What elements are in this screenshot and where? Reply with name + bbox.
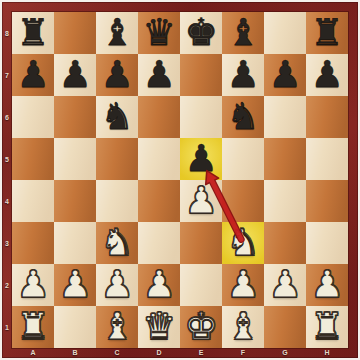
rank-label-7: 7 [2, 72, 12, 79]
square-f4[interactable] [222, 180, 264, 222]
black-bishop[interactable]: ♝ [100, 14, 133, 51]
square-d4[interactable] [138, 180, 180, 222]
file-label-b: B [54, 349, 96, 358]
square-d6[interactable] [138, 96, 180, 138]
rank-label-6: 6 [2, 114, 12, 121]
square-e4[interactable]: ♟ [180, 180, 222, 222]
white-pawn[interactable]: ♟ [16, 266, 49, 303]
board-border: ♜♝♛♚♝♜♟♟♟♟♟♟♟♞♞♟♟♞♞♟♟♟♟♟♟♟♜♝♛♚♝♜ 8765432… [2, 2, 358, 358]
square-f8[interactable]: ♝ [222, 12, 264, 54]
square-e1[interactable]: ♚ [180, 306, 222, 348]
square-g8[interactable] [264, 12, 306, 54]
black-bishop[interactable]: ♝ [226, 14, 259, 51]
white-pawn[interactable]: ♟ [184, 182, 217, 219]
square-g3[interactable] [264, 222, 306, 264]
square-d7[interactable]: ♟ [138, 54, 180, 96]
square-c2[interactable]: ♟ [96, 264, 138, 306]
white-pawn[interactable]: ♟ [268, 266, 301, 303]
white-bishop[interactable]: ♝ [100, 308, 133, 345]
black-knight[interactable]: ♞ [100, 98, 133, 135]
white-rook[interactable]: ♜ [16, 308, 49, 345]
square-c3[interactable]: ♞ [96, 222, 138, 264]
square-b1[interactable] [54, 306, 96, 348]
square-f1[interactable]: ♝ [222, 306, 264, 348]
square-a3[interactable] [12, 222, 54, 264]
square-c8[interactable]: ♝ [96, 12, 138, 54]
square-g4[interactable] [264, 180, 306, 222]
black-pawn[interactable]: ♟ [310, 56, 343, 93]
rank-label-4: 4 [2, 198, 12, 205]
square-e5[interactable]: ♟ [180, 138, 222, 180]
white-pawn[interactable]: ♟ [226, 266, 259, 303]
square-e8[interactable]: ♚ [180, 12, 222, 54]
square-e3[interactable] [180, 222, 222, 264]
square-c4[interactable] [96, 180, 138, 222]
black-pawn[interactable]: ♟ [58, 56, 91, 93]
square-d1[interactable]: ♛ [138, 306, 180, 348]
black-queen[interactable]: ♛ [142, 14, 175, 51]
square-a5[interactable] [12, 138, 54, 180]
square-h2[interactable]: ♟ [306, 264, 348, 306]
square-g1[interactable] [264, 306, 306, 348]
square-b7[interactable]: ♟ [54, 54, 96, 96]
rank-label-3: 3 [2, 240, 12, 247]
square-b8[interactable] [54, 12, 96, 54]
white-queen[interactable]: ♛ [142, 308, 175, 345]
rank-label-2: 2 [2, 282, 12, 289]
square-e7[interactable] [180, 54, 222, 96]
square-g7[interactable]: ♟ [264, 54, 306, 96]
square-e6[interactable] [180, 96, 222, 138]
square-b6[interactable] [54, 96, 96, 138]
black-knight[interactable]: ♞ [226, 98, 259, 135]
square-g6[interactable] [264, 96, 306, 138]
file-label-h: H [306, 349, 348, 358]
black-king[interactable]: ♚ [184, 14, 217, 51]
white-knight[interactable]: ♞ [226, 224, 259, 261]
file-label-a: A [12, 349, 54, 358]
file-label-d: D [138, 349, 180, 358]
square-b4[interactable] [54, 180, 96, 222]
square-h4[interactable] [306, 180, 348, 222]
file-label-c: C [96, 349, 138, 358]
square-f5[interactable] [222, 138, 264, 180]
square-f6[interactable]: ♞ [222, 96, 264, 138]
black-pawn[interactable]: ♟ [226, 56, 259, 93]
square-a4[interactable] [12, 180, 54, 222]
chess-board: ♜♝♛♚♝♜♟♟♟♟♟♟♟♞♞♟♟♞♞♟♟♟♟♟♟♟♜♝♛♚♝♜ [12, 12, 348, 348]
square-a8[interactable]: ♜ [12, 12, 54, 54]
square-a7[interactable]: ♟ [12, 54, 54, 96]
black-pawn[interactable]: ♟ [16, 56, 49, 93]
square-f2[interactable]: ♟ [222, 264, 264, 306]
rank-label-8: 8 [2, 30, 12, 37]
square-h6[interactable] [306, 96, 348, 138]
square-d8[interactable]: ♛ [138, 12, 180, 54]
square-d2[interactable]: ♟ [138, 264, 180, 306]
square-h8[interactable]: ♜ [306, 12, 348, 54]
square-c6[interactable]: ♞ [96, 96, 138, 138]
white-pawn[interactable]: ♟ [142, 266, 175, 303]
rank-label-5: 5 [2, 156, 12, 163]
square-f3[interactable]: ♞ [222, 222, 264, 264]
black-pawn[interactable]: ♟ [184, 140, 217, 177]
file-label-f: F [222, 349, 264, 358]
square-h5[interactable] [306, 138, 348, 180]
black-rook[interactable]: ♜ [310, 14, 343, 51]
black-pawn[interactable]: ♟ [268, 56, 301, 93]
white-pawn[interactable]: ♟ [58, 266, 91, 303]
white-pawn[interactable]: ♟ [100, 266, 133, 303]
black-rook[interactable]: ♜ [16, 14, 49, 51]
square-h3[interactable] [306, 222, 348, 264]
square-d5[interactable] [138, 138, 180, 180]
square-b5[interactable] [54, 138, 96, 180]
square-a1[interactable]: ♜ [12, 306, 54, 348]
square-a6[interactable] [12, 96, 54, 138]
black-pawn[interactable]: ♟ [142, 56, 175, 93]
square-c7[interactable]: ♟ [96, 54, 138, 96]
square-b3[interactable] [54, 222, 96, 264]
square-g5[interactable] [264, 138, 306, 180]
white-rook[interactable]: ♜ [310, 308, 343, 345]
square-a2[interactable]: ♟ [12, 264, 54, 306]
file-label-g: G [264, 349, 306, 358]
file-label-e: E [180, 349, 222, 358]
chessboard-frame: ♜♝♛♚♝♜♟♟♟♟♟♟♟♞♞♟♟♞♞♟♟♟♟♟♟♟♜♝♛♚♝♜ 8765432… [0, 0, 360, 360]
white-bishop[interactable]: ♝ [226, 308, 259, 345]
square-e2[interactable] [180, 264, 222, 306]
square-f7[interactable]: ♟ [222, 54, 264, 96]
rank-label-1: 1 [2, 324, 12, 331]
square-h1[interactable]: ♜ [306, 306, 348, 348]
square-d3[interactable] [138, 222, 180, 264]
square-c5[interactable] [96, 138, 138, 180]
white-pawn[interactable]: ♟ [310, 266, 343, 303]
square-h7[interactable]: ♟ [306, 54, 348, 96]
square-b2[interactable]: ♟ [54, 264, 96, 306]
black-pawn[interactable]: ♟ [100, 56, 133, 93]
square-g2[interactable]: ♟ [264, 264, 306, 306]
white-king[interactable]: ♚ [184, 308, 217, 345]
square-c1[interactable]: ♝ [96, 306, 138, 348]
white-knight[interactable]: ♞ [100, 224, 133, 261]
